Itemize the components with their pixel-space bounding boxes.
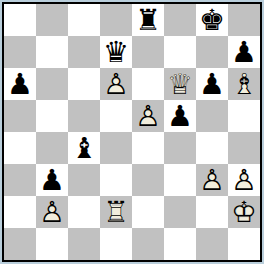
piece-glyph: ♟ xyxy=(4,68,36,100)
square-e8: ♜ xyxy=(132,4,164,36)
piece-glyph: ♟ xyxy=(228,36,260,68)
board-frame: ♜♚♛♟♟♟♙♛♕♟♝♗♟♙♟♝♟♟♙♟♙♟♙♜♖♚♔ xyxy=(2,2,262,262)
white-rook: ♜♖ xyxy=(100,196,132,228)
square-g4 xyxy=(196,132,228,164)
piece-glyph: ♙ xyxy=(132,100,164,132)
square-e4 xyxy=(132,132,164,164)
piece-glyph: ♙ xyxy=(100,68,132,100)
square-e7 xyxy=(132,36,164,68)
black-bishop: ♝ xyxy=(68,132,100,164)
square-b6 xyxy=(36,68,68,100)
square-d3 xyxy=(100,164,132,196)
square-e2 xyxy=(132,196,164,228)
square-e5: ♟♙ xyxy=(132,100,164,132)
square-a4 xyxy=(4,132,36,164)
square-c5 xyxy=(68,100,100,132)
square-b2: ♟♙ xyxy=(36,196,68,228)
square-d7: ♛ xyxy=(100,36,132,68)
square-f3 xyxy=(164,164,196,196)
white-pawn: ♟♙ xyxy=(132,100,164,132)
square-f1 xyxy=(164,228,196,260)
square-a5 xyxy=(4,100,36,132)
piece-glyph: ♙ xyxy=(196,164,228,196)
square-e3 xyxy=(132,164,164,196)
piece-glyph: ♗ xyxy=(228,68,260,100)
black-queen: ♛ xyxy=(100,36,132,68)
white-king: ♚♔ xyxy=(228,196,260,228)
square-d2: ♜♖ xyxy=(100,196,132,228)
black-pawn: ♟ xyxy=(164,100,196,132)
square-a2 xyxy=(4,196,36,228)
white-queen: ♛♕ xyxy=(164,68,196,100)
black-pawn: ♟ xyxy=(228,36,260,68)
square-g3: ♟♙ xyxy=(196,164,228,196)
square-g5 xyxy=(196,100,228,132)
square-a6: ♟ xyxy=(4,68,36,100)
square-e1 xyxy=(132,228,164,260)
white-pawn: ♟♙ xyxy=(100,68,132,100)
square-h2: ♚♔ xyxy=(228,196,260,228)
square-f5: ♟ xyxy=(164,100,196,132)
square-h8 xyxy=(228,4,260,36)
square-a1 xyxy=(4,228,36,260)
black-rook: ♜ xyxy=(132,4,164,36)
square-c1 xyxy=(68,228,100,260)
piece-glyph: ♟ xyxy=(164,100,196,132)
square-b3: ♟ xyxy=(36,164,68,196)
square-a7 xyxy=(4,36,36,68)
square-d5 xyxy=(100,100,132,132)
square-h3: ♟♙ xyxy=(228,164,260,196)
square-b8 xyxy=(36,4,68,36)
piece-glyph: ♖ xyxy=(100,196,132,228)
square-h4 xyxy=(228,132,260,164)
square-g1 xyxy=(196,228,228,260)
square-g8: ♚ xyxy=(196,4,228,36)
square-d1 xyxy=(100,228,132,260)
square-b1 xyxy=(36,228,68,260)
piece-glyph: ♙ xyxy=(228,164,260,196)
square-c6 xyxy=(68,68,100,100)
white-pawn: ♟♙ xyxy=(228,164,260,196)
square-h7: ♟ xyxy=(228,36,260,68)
square-h5 xyxy=(228,100,260,132)
square-g6: ♟ xyxy=(196,68,228,100)
white-pawn: ♟♙ xyxy=(196,164,228,196)
square-b5 xyxy=(36,100,68,132)
piece-glyph: ♔ xyxy=(228,196,260,228)
black-pawn: ♟ xyxy=(196,68,228,100)
square-d6: ♟♙ xyxy=(100,68,132,100)
square-f2 xyxy=(164,196,196,228)
square-c8 xyxy=(68,4,100,36)
square-f4 xyxy=(164,132,196,164)
square-d8 xyxy=(100,4,132,36)
square-c2 xyxy=(68,196,100,228)
square-e6 xyxy=(132,68,164,100)
square-f8 xyxy=(164,4,196,36)
square-h1 xyxy=(228,228,260,260)
square-a8 xyxy=(4,4,36,36)
piece-glyph: ♛ xyxy=(100,36,132,68)
black-pawn: ♟ xyxy=(4,68,36,100)
piece-glyph: ♙ xyxy=(36,196,68,228)
white-bishop: ♝♗ xyxy=(228,68,260,100)
piece-glyph: ♜ xyxy=(132,4,164,36)
square-c4: ♝ xyxy=(68,132,100,164)
square-b4 xyxy=(36,132,68,164)
piece-glyph: ♚ xyxy=(196,4,228,36)
square-f7 xyxy=(164,36,196,68)
piece-glyph: ♟ xyxy=(36,164,68,196)
piece-glyph: ♟ xyxy=(196,68,228,100)
square-b7 xyxy=(36,36,68,68)
black-king: ♚ xyxy=(196,4,228,36)
piece-glyph: ♝ xyxy=(68,132,100,164)
chess-board: ♜♚♛♟♟♟♙♛♕♟♝♗♟♙♟♝♟♟♙♟♙♟♙♜♖♚♔ xyxy=(4,4,260,260)
square-f6: ♛♕ xyxy=(164,68,196,100)
square-c7 xyxy=(68,36,100,68)
square-a3 xyxy=(4,164,36,196)
square-d4 xyxy=(100,132,132,164)
square-c3 xyxy=(68,164,100,196)
black-pawn: ♟ xyxy=(36,164,68,196)
piece-glyph: ♕ xyxy=(164,68,196,100)
diagram-outer-border: ♜♚♛♟♟♟♙♛♕♟♝♗♟♙♟♝♟♟♙♟♙♟♙♜♖♚♔ xyxy=(0,0,264,264)
square-g2 xyxy=(196,196,228,228)
square-g7 xyxy=(196,36,228,68)
square-h6: ♝♗ xyxy=(228,68,260,100)
white-pawn: ♟♙ xyxy=(36,196,68,228)
